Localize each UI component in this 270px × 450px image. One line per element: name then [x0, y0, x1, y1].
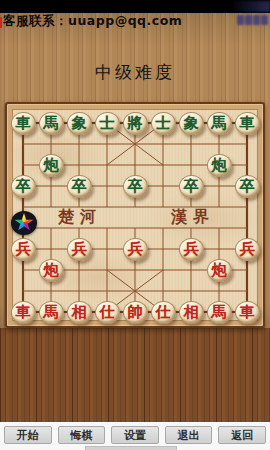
- status-bar-ad-smudge: [230, 1, 270, 12]
- piece-red-f1r7[interactable]: 兵: [11, 238, 36, 261]
- piece-black-f8r1[interactable]: 馬: [207, 112, 232, 135]
- river-label-right: 漢界: [171, 207, 215, 228]
- piece-red-f7r7[interactable]: 兵: [179, 238, 204, 261]
- edge-artifact: [0, 17, 2, 28]
- piece-black-f9r4[interactable]: 卒: [235, 175, 260, 198]
- exit-button[interactable]: 退出: [165, 426, 213, 444]
- back-button[interactable]: 返回: [218, 426, 266, 444]
- piece-red-f8r10[interactable]: 馬: [207, 301, 232, 324]
- piece-black-f1r4[interactable]: 卒: [11, 175, 36, 198]
- piece-black-f4r1[interactable]: 士: [95, 112, 120, 135]
- ad-remnant-smudge: [237, 15, 268, 25]
- status-bar: [0, 0, 270, 13]
- xiangqi-app-screen: 客服联系：uuapp@qq.com 中级难度: [0, 0, 270, 450]
- service-contact-text: 客服联系：uuapp@qq.com: [3, 13, 182, 29]
- piece-black-f2r3[interactable]: 炮: [39, 154, 64, 177]
- piece-red-f1r10[interactable]: 車: [11, 301, 36, 324]
- piece-black-f7r1[interactable]: 象: [179, 112, 204, 135]
- piece-red-f5r7[interactable]: 兵: [123, 238, 148, 261]
- undo-button[interactable]: 悔棋: [58, 426, 106, 444]
- piece-black-f3r1[interactable]: 象: [67, 112, 92, 135]
- piece-red-f2r8[interactable]: 炮: [39, 259, 64, 282]
- piece-black-f9r1[interactable]: 車: [235, 112, 260, 135]
- piece-black-f8r3[interactable]: 炮: [207, 154, 232, 177]
- piece-red-f5r10[interactable]: 帥: [123, 301, 148, 324]
- board[interactable]: 楚河 漢界 車馬象士將士象馬車炮炮卒卒卒卒卒兵兵兵兵兵炮炮車馬相仕帥仕相馬車: [5, 102, 265, 328]
- piece-red-f8r8[interactable]: 炮: [207, 259, 232, 282]
- piece-red-f3r10[interactable]: 相: [67, 301, 92, 324]
- piece-black-f2r1[interactable]: 馬: [39, 112, 64, 135]
- piece-black-f7r4[interactable]: 卒: [179, 175, 204, 198]
- piece-red-f7r10[interactable]: 相: [179, 301, 204, 324]
- piece-black-f5r4[interactable]: 卒: [123, 175, 148, 198]
- star-icon: [14, 213, 34, 232]
- piece-red-f2r10[interactable]: 馬: [39, 301, 64, 324]
- piece-black-f5r1[interactable]: 將: [123, 112, 148, 135]
- piece-red-f9r10[interactable]: 車: [235, 301, 260, 324]
- piece-red-f9r7[interactable]: 兵: [235, 238, 260, 261]
- piece-black-f1r1[interactable]: 車: [11, 112, 36, 135]
- piece-red-f3r7[interactable]: 兵: [67, 238, 92, 261]
- piece-black-f3r4[interactable]: 卒: [67, 175, 92, 198]
- piece-red-f4r10[interactable]: 仕: [95, 301, 120, 324]
- difficulty-title: 中级难度: [0, 61, 270, 84]
- piece-red-f6r10[interactable]: 仕: [151, 301, 176, 324]
- piece-black-f6r1[interactable]: 士: [151, 112, 176, 135]
- settings-button[interactable]: 设置: [111, 426, 159, 444]
- floating-star-button[interactable]: [11, 211, 37, 235]
- cutoff-second-row-button: [85, 446, 177, 450]
- river-label-left: 楚河: [58, 207, 102, 228]
- start-button[interactable]: 开始: [4, 426, 52, 444]
- board-grid: [7, 104, 267, 330]
- wood-background-lower: [0, 328, 270, 423]
